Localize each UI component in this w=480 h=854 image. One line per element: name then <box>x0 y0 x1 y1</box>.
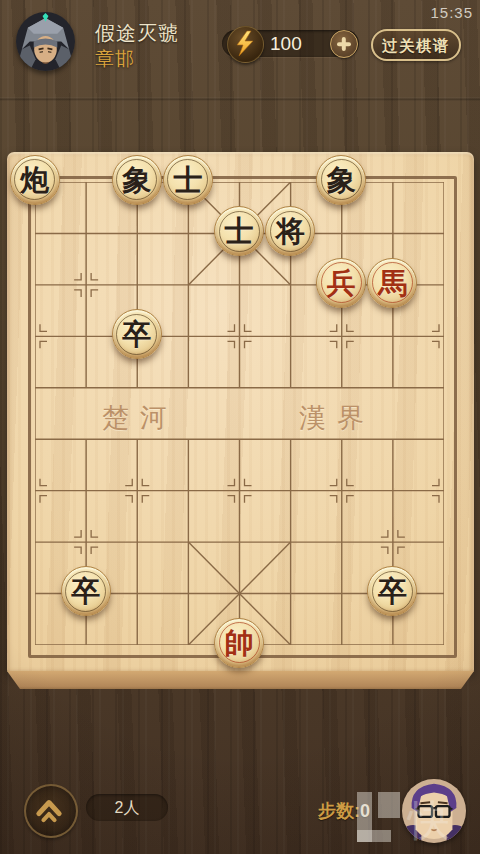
energy-value: 100 <box>270 33 302 55</box>
piece-char: 帥 <box>225 619 254 667</box>
status-time: 15:35 <box>430 4 473 21</box>
steps-label: 步数: <box>318 801 360 821</box>
opponent-avatar-image <box>402 779 466 843</box>
lightning-icon <box>228 27 261 60</box>
piece-char: 士 <box>225 207 254 255</box>
xiangqi-app: 楚河 漢界 炮象士象士将兵馬卒卒卒帥 15:35 假途灭虢 章邯 <box>0 0 480 854</box>
watermark <box>357 830 391 842</box>
piece-char: 象 <box>122 156 151 204</box>
piece-black-象[interactable]: 象 <box>112 155 162 205</box>
piece-grid: 炮象士象士将兵馬卒卒卒帥 <box>9 156 470 671</box>
piece-black-士[interactable]: 士 <box>163 155 213 205</box>
steps-counter: 步数:0 <box>318 799 370 823</box>
mission-title: 假途灭虢 <box>95 20 179 47</box>
watermark <box>378 792 400 818</box>
piece-black-士[interactable]: 士 <box>214 206 264 256</box>
piece-char: 将 <box>276 207 305 255</box>
piece-red-兵[interactable]: 兵 <box>316 258 366 308</box>
piece-red-馬[interactable]: 馬 <box>367 258 417 308</box>
add-energy-button[interactable] <box>330 30 358 58</box>
expand-button[interactable] <box>24 784 78 838</box>
piece-char: 兵 <box>327 259 356 307</box>
energy-pill: 100 <box>222 30 359 57</box>
piece-black-象[interactable]: 象 <box>316 155 366 205</box>
piece-black-炮[interactable]: 炮 <box>10 155 60 205</box>
energy-badge <box>227 26 264 63</box>
piece-char: 馬 <box>378 259 407 307</box>
wood-seam <box>0 97 480 101</box>
board-bevel-edge <box>7 671 474 689</box>
piece-char: 卒 <box>71 567 100 615</box>
steps-value: 0 <box>360 801 370 821</box>
opponent-avatar[interactable] <box>402 779 466 843</box>
warrior-avatar-image <box>16 12 75 71</box>
piece-red-帥[interactable]: 帥 <box>214 618 264 668</box>
players-count-pill: 2人 <box>86 794 168 821</box>
piece-char: 卒 <box>378 567 407 615</box>
piece-char: 卒 <box>122 310 151 358</box>
stage-records-button[interactable]: 过关棋谱 <box>371 29 461 61</box>
piece-black-卒[interactable]: 卒 <box>367 566 417 616</box>
piece-black-卒[interactable]: 卒 <box>112 309 162 359</box>
chevron-up-icon <box>26 786 72 832</box>
piece-black-卒[interactable]: 卒 <box>61 566 111 616</box>
piece-char: 象 <box>327 156 356 204</box>
player-avatar[interactable] <box>16 12 75 71</box>
stage-name: 章邯 <box>95 46 135 72</box>
piece-char: 炮 <box>20 156 49 204</box>
piece-char: 士 <box>173 156 202 204</box>
piece-black-将[interactable]: 将 <box>265 206 315 256</box>
